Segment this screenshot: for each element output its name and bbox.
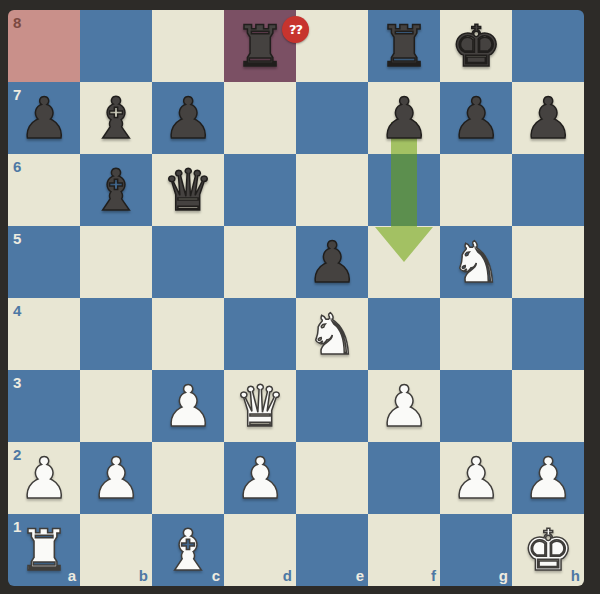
square-c5[interactable] xyxy=(152,226,224,298)
square-e3[interactable] xyxy=(296,370,368,442)
square-a4[interactable]: 4 xyxy=(8,298,80,370)
black-king-g8[interactable]: ♚ xyxy=(440,10,512,82)
white-bishop-c1[interactable]: ♝ xyxy=(152,514,224,586)
white-pawn-g2[interactable]: ♟ xyxy=(440,442,512,514)
board-frame: 87654321abcdefgh♜♜♚♟♝♟♟♟♟♝♛♟♞♞♟♛♟♟♟♟♟♟♜♝… xyxy=(0,0,600,594)
white-king-h1[interactable]: ♚ xyxy=(512,514,584,586)
rank-label-8: 8 xyxy=(13,15,21,30)
white-pawn-d2[interactable]: ♟ xyxy=(224,442,296,514)
square-e2[interactable] xyxy=(296,442,368,514)
square-c8[interactable] xyxy=(152,10,224,82)
square-e1[interactable]: e xyxy=(296,514,368,586)
black-pawn-c7[interactable]: ♟ xyxy=(152,82,224,154)
rank-label-5: 5 xyxy=(13,231,21,246)
black-bishop-b7[interactable]: ♝ xyxy=(80,82,152,154)
blunder-badge: ?? xyxy=(282,16,309,43)
black-pawn-h7[interactable]: ♟ xyxy=(512,82,584,154)
black-pawn-a7[interactable]: ♟ xyxy=(8,82,80,154)
square-d1[interactable]: d xyxy=(224,514,296,586)
white-knight-g5[interactable]: ♞ xyxy=(440,226,512,298)
square-b1[interactable]: b xyxy=(80,514,152,586)
square-h4[interactable] xyxy=(512,298,584,370)
rank-label-3: 3 xyxy=(13,375,21,390)
file-label-g: g xyxy=(499,568,508,583)
square-h3[interactable] xyxy=(512,370,584,442)
black-rook-f8[interactable]: ♜ xyxy=(368,10,440,82)
rank-label-4: 4 xyxy=(13,303,21,318)
white-queen-d3[interactable]: ♛ xyxy=(224,370,296,442)
square-e7[interactable] xyxy=(296,82,368,154)
white-knight-e4[interactable]: ♞ xyxy=(296,298,368,370)
square-d7[interactable] xyxy=(224,82,296,154)
file-label-f: f xyxy=(431,568,436,583)
file-label-e: e xyxy=(356,568,364,583)
square-a3[interactable]: 3 xyxy=(8,370,80,442)
black-pawn-e5[interactable]: ♟ xyxy=(296,226,368,298)
white-pawn-a2[interactable]: ♟ xyxy=(8,442,80,514)
black-bishop-b6[interactable]: ♝ xyxy=(80,154,152,226)
square-c2[interactable] xyxy=(152,442,224,514)
file-label-d: d xyxy=(283,568,292,583)
square-a5[interactable]: 5 xyxy=(8,226,80,298)
square-a8[interactable]: 8 xyxy=(8,10,80,82)
rank-label-6: 6 xyxy=(13,159,21,174)
white-pawn-c3[interactable]: ♟ xyxy=(152,370,224,442)
file-label-b: b xyxy=(139,568,148,583)
square-f2[interactable] xyxy=(368,442,440,514)
square-e6[interactable] xyxy=(296,154,368,226)
square-f4[interactable] xyxy=(368,298,440,370)
square-b5[interactable] xyxy=(80,226,152,298)
square-d5[interactable] xyxy=(224,226,296,298)
square-b3[interactable] xyxy=(80,370,152,442)
square-a6[interactable]: 6 xyxy=(8,154,80,226)
chess-board: 87654321abcdefgh♜♜♚♟♝♟♟♟♟♝♛♟♞♞♟♛♟♟♟♟♟♟♜♝… xyxy=(8,10,584,586)
square-g6[interactable] xyxy=(440,154,512,226)
black-queen-c6[interactable]: ♛ xyxy=(152,154,224,226)
square-h8[interactable] xyxy=(512,10,584,82)
square-h5[interactable] xyxy=(512,226,584,298)
square-c4[interactable] xyxy=(152,298,224,370)
white-rook-a1[interactable]: ♜ xyxy=(8,514,80,586)
square-f1[interactable]: f xyxy=(368,514,440,586)
square-h6[interactable] xyxy=(512,154,584,226)
square-d4[interactable] xyxy=(224,298,296,370)
square-b8[interactable] xyxy=(80,10,152,82)
square-g3[interactable] xyxy=(440,370,512,442)
white-pawn-h2[interactable]: ♟ xyxy=(512,442,584,514)
square-g4[interactable] xyxy=(440,298,512,370)
white-pawn-b2[interactable]: ♟ xyxy=(80,442,152,514)
square-d6[interactable] xyxy=(224,154,296,226)
square-f6[interactable] xyxy=(368,154,440,226)
black-pawn-f7[interactable]: ♟ xyxy=(368,82,440,154)
square-f5[interactable] xyxy=(368,226,440,298)
white-pawn-f3[interactable]: ♟ xyxy=(368,370,440,442)
black-pawn-g7[interactable]: ♟ xyxy=(440,82,512,154)
square-e8[interactable] xyxy=(296,10,368,82)
square-g1[interactable]: g xyxy=(440,514,512,586)
square-b4[interactable] xyxy=(80,298,152,370)
